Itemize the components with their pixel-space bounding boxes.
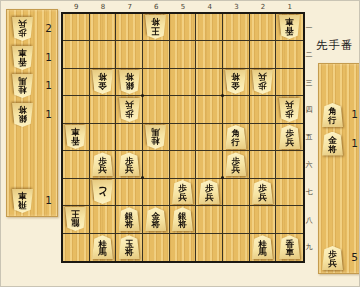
hand-count-角行: 1 [346,108,358,120]
row-label-4: 四 [304,96,314,123]
shogi-piece-歩兵-sente[interactable]: 歩兵 [119,152,140,176]
shogi-piece-龍王-gote[interactable]: 龍王 [65,207,86,231]
hand-count-銀将: 1 [40,108,52,120]
piece-face: 歩兵 [322,246,343,270]
piece-face: 角行 [225,125,246,149]
shogi-piece-歩兵-sente[interactable]: 歩兵 [225,152,246,176]
piece-kanji: 王 [152,26,161,35]
piece-kanji: 兵 [205,193,214,202]
square-1-8[interactable] [276,206,303,233]
piece-face: 銀将 [12,103,33,127]
shogi-piece-香車-gote[interactable]: 香車 [279,15,300,39]
piece-kanji: 歩 [258,81,267,90]
piece-kanji: 将 [152,18,161,27]
piece-face: 玉将 [119,235,140,259]
shogi-piece-歩兵-sente[interactable]: 歩兵 [92,152,113,176]
shogi-piece-と-gote[interactable]: と [92,180,113,204]
piece-kanji: 兵 [125,165,134,174]
square-3-6[interactable]: 歩兵 [223,151,250,178]
piece-face: 歩兵 [119,152,140,176]
square-5-8[interactable]: 銀将 [170,206,197,233]
square-3-3[interactable]: 金将 [223,69,250,96]
column-label-4: 4 [196,2,223,12]
piece-kanji: 将 [125,220,134,229]
square-4-4[interactable] [196,96,223,123]
square-4-2[interactable] [196,41,223,68]
piece-face: 金将 [322,132,343,156]
piece-face: 金将 [92,70,113,94]
row-label-3: 三 [304,69,314,96]
row-label-5: 五 [304,124,314,151]
piece-face: 香車 [279,235,300,259]
piece-kanji: 金 [232,81,241,90]
square-8-7[interactable]: と [90,179,117,206]
piece-face: 歩兵 [279,125,300,149]
piece-kanji: 将 [178,220,187,229]
piece-face: 桂馬 [252,235,273,259]
piece-kanji: 兵 [98,165,107,174]
square-2-9[interactable]: 桂馬 [250,234,277,261]
piece-kanji: 将 [98,72,107,81]
square-2-6[interactable] [250,151,277,178]
hand-count-歩兵: 2 [40,22,52,34]
square-8-3[interactable]: 金将 [90,69,117,96]
shogi-piece-銀将-gote[interactable]: 銀将 [12,103,33,127]
square-9-2[interactable] [63,41,90,68]
gote-captured-pieces-tray: 歩兵2香車1桂馬1銀将1飛車1 [6,9,58,217]
piece-kanji: 銀 [18,114,27,123]
square-1-2[interactable] [276,41,303,68]
piece-kanji: 王 [72,210,81,219]
square-7-2[interactable] [116,41,143,68]
row-label-9: 九 [304,234,314,261]
piece-face: 香車 [12,46,33,70]
column-label-9: 9 [63,2,90,12]
square-6-6[interactable] [143,151,170,178]
shogi-piece-桂馬-gote[interactable]: 桂馬 [145,125,166,149]
square-8-4[interactable] [90,96,117,123]
square-8-2[interactable] [90,41,117,68]
piece-kanji: 兵 [328,259,337,268]
piece-kanji: 馬 [152,127,161,136]
square-4-5[interactable] [196,124,223,151]
piece-face: 銀将 [119,70,140,94]
shogi-piece-歩兵-gote[interactable]: 歩兵 [279,98,300,122]
shogi-piece-王将-gote[interactable]: 王将 [145,15,166,39]
square-6-5[interactable]: 桂馬 [143,124,170,151]
piece-kanji: 龍 [72,218,81,227]
shogi-piece-歩兵-gote[interactable]: 歩兵 [119,98,140,122]
square-5-7[interactable]: 歩兵 [170,179,197,206]
piece-face: 歩兵 [92,152,113,176]
shogi-app-window: 歩兵2香車1桂馬1銀将1飛車1 987654321 一二三四五六七八九 王将香車… [0,0,360,287]
piece-face: 角行 [322,103,343,127]
shogi-piece-香車-gote[interactable]: 香車 [65,125,86,149]
square-7-3[interactable]: 銀将 [116,69,143,96]
square-8-9[interactable]: 桂馬 [90,234,117,261]
piece-kanji: 銀 [125,81,134,90]
piece-face: 歩兵 [225,152,246,176]
square-2-2[interactable] [250,41,277,68]
shogi-piece-銀将-sente[interactable]: 銀将 [119,207,140,231]
square-7-9[interactable]: 玉将 [116,234,143,261]
square-2-7[interactable]: 歩兵 [250,179,277,206]
shogi-piece-桂馬-sente[interactable]: 桂馬 [252,235,273,259]
piece-face: 龍王 [65,207,86,231]
square-2-5[interactable] [250,124,277,151]
piece-kanji: 車 [285,248,294,257]
square-8-1[interactable] [90,14,117,41]
hand-count-香車: 1 [40,51,52,63]
square-9-4[interactable] [63,96,90,123]
square-5-2[interactable] [170,41,197,68]
square-4-7[interactable]: 歩兵 [196,179,223,206]
piece-kanji: 将 [328,145,337,154]
column-label-8: 8 [90,2,117,12]
square-4-8[interactable] [196,206,223,233]
shogi-piece-金将-gote[interactable]: 金将 [225,70,246,94]
hoshi-dot [221,94,224,97]
square-3-9[interactable] [223,234,250,261]
piece-kanji: 馬 [98,248,107,257]
square-8-6[interactable]: 歩兵 [90,151,117,178]
square-5-5[interactable] [170,124,197,151]
column-label-2: 2 [250,2,277,12]
square-6-1[interactable]: 王将 [143,14,170,41]
square-9-1[interactable] [63,14,90,41]
piece-face: 銀将 [172,207,193,231]
piece-kanji: 将 [232,72,241,81]
piece-kanji: 香 [285,26,294,35]
column-label-1: 1 [276,2,303,12]
square-1-6[interactable] [276,151,303,178]
piece-face: 歩兵 [12,17,33,41]
piece-kanji: 兵 [232,165,241,174]
hand-count-歩兵: 5 [346,251,358,263]
shogi-piece-歩兵-sente[interactable]: 歩兵 [279,125,300,149]
square-2-1[interactable] [250,14,277,41]
square-3-7[interactable] [223,179,250,206]
piece-kanji: 馬 [18,77,27,86]
shogi-piece-香車-gote[interactable]: 香車 [12,46,33,70]
square-9-6[interactable] [63,151,90,178]
piece-kanji: 将 [18,105,27,114]
piece-kanji: 桂 [18,85,27,94]
shogi-piece-香車-sente[interactable]: 香車 [279,235,300,259]
piece-face: 香車 [279,15,300,39]
square-9-9[interactable] [63,234,90,261]
piece-face: 歩兵 [172,180,193,204]
square-8-5[interactable] [90,124,117,151]
piece-kanji: 車 [72,127,81,136]
row-label-8: 八 [304,206,314,233]
piece-kanji: 香 [72,136,81,145]
column-label-5: 5 [170,2,197,12]
piece-face: 銀将 [119,207,140,231]
piece-face: 歩兵 [119,98,140,122]
shogi-piece-桂馬-sente[interactable]: 桂馬 [92,235,113,259]
column-label-7: 7 [116,2,143,12]
piece-kanji: 桂 [152,136,161,145]
shogi-piece-角行-sente[interactable]: 角行 [225,125,246,149]
row-label-2: 二 [304,41,314,68]
square-4-3[interactable] [196,69,223,96]
shogi-board: 王将香車金将銀将金将歩兵歩兵歩兵香車桂馬角行歩兵歩兵歩兵歩兵と歩兵歩兵歩兵龍王銀… [61,12,305,263]
piece-kanji: と [97,185,108,196]
board-row-labels: 一二三四五六七八九 [304,14,314,261]
shogi-piece-歩兵-sente[interactable]: 歩兵 [172,180,193,204]
square-2-8[interactable] [250,206,277,233]
square-6-4[interactable] [143,96,170,123]
shogi-piece-玉将-sente[interactable]: 玉将 [119,235,140,259]
square-9-8[interactable]: 龍王 [63,206,90,233]
column-label-3: 3 [223,2,250,12]
piece-face: 金将 [225,70,246,94]
square-1-5[interactable]: 歩兵 [276,124,303,151]
shogi-piece-歩兵-sente[interactable]: 歩兵 [322,246,343,270]
shogi-piece-金将-sente[interactable]: 金将 [322,132,343,156]
shogi-piece-金将-sente[interactable]: 金将 [145,207,166,231]
shogi-piece-角行-sente[interactable]: 角行 [322,103,343,127]
piece-kanji: 金 [98,81,107,90]
square-7-6[interactable]: 歩兵 [116,151,143,178]
piece-face: 香車 [65,125,86,149]
row-label-7: 七 [304,179,314,206]
square-5-1[interactable] [170,14,197,41]
hoshi-dot [141,176,144,179]
piece-kanji: 将 [152,220,161,229]
square-4-6[interactable] [196,151,223,178]
piece-face: 飛車 [12,189,33,213]
piece-face: 桂馬 [92,235,113,259]
square-9-7[interactable] [63,179,90,206]
hand-count-金将: 1 [346,137,358,149]
hand-count-桂馬: 1 [40,79,52,91]
shogi-piece-歩兵-gote[interactable]: 歩兵 [252,70,273,94]
sente-captured-pieces-tray: 角行1金将1歩兵5 [318,63,360,274]
piece-kanji: 車 [18,48,27,57]
piece-kanji: 車 [285,18,294,27]
piece-face: 歩兵 [252,180,273,204]
square-9-3[interactable] [63,69,90,96]
piece-kanji: 行 [232,138,241,147]
piece-kanji: 兵 [285,100,294,109]
square-5-6[interactable] [170,151,197,178]
shogi-piece-歩兵-gote[interactable]: 歩兵 [12,17,33,41]
square-4-9[interactable] [196,234,223,261]
shogi-piece-桂馬-gote[interactable]: 桂馬 [12,74,33,98]
square-6-9[interactable] [143,234,170,261]
piece-face: 王将 [145,15,166,39]
square-6-2[interactable] [143,41,170,68]
square-4-1[interactable] [196,14,223,41]
column-label-6: 6 [143,2,170,12]
piece-kanji: 歩 [18,28,27,37]
row-label-1: 一 [304,14,314,41]
piece-kanji: 馬 [258,248,267,257]
piece-kanji: 行 [328,116,337,125]
hoshi-dot [221,176,224,179]
square-9-5[interactable]: 香車 [63,124,90,151]
piece-face: と [92,180,113,204]
board-column-labels: 987654321 [63,2,303,12]
piece-face: 歩兵 [252,70,273,94]
shogi-piece-歩兵-sente[interactable]: 歩兵 [199,180,220,204]
piece-kanji: 兵 [125,100,134,109]
square-7-4[interactable]: 歩兵 [116,96,143,123]
square-1-3[interactable] [276,69,303,96]
square-3-4[interactable] [223,96,250,123]
piece-kanji: 兵 [258,193,267,202]
hand-count-飛車: 1 [40,194,52,206]
square-6-7[interactable] [143,179,170,206]
square-2-3[interactable]: 歩兵 [250,69,277,96]
square-8-8[interactable] [90,206,117,233]
square-1-1[interactable]: 香車 [276,14,303,41]
piece-kanji: 将 [125,248,134,257]
square-1-9[interactable]: 香車 [276,234,303,261]
shogi-piece-飛車-gote[interactable]: 飛車 [12,189,33,213]
piece-kanji: 兵 [18,19,27,28]
square-1-4[interactable]: 歩兵 [276,96,303,123]
square-7-5[interactable] [116,124,143,151]
shogi-piece-金将-gote[interactable]: 金将 [92,70,113,94]
square-2-4[interactable] [250,96,277,123]
square-3-1[interactable] [223,14,250,41]
square-5-3[interactable] [170,69,197,96]
square-3-5[interactable]: 角行 [223,124,250,151]
square-6-3[interactable] [143,69,170,96]
shogi-piece-歩兵-sente[interactable]: 歩兵 [252,180,273,204]
square-3-2[interactable] [223,41,250,68]
square-1-7[interactable] [276,179,303,206]
piece-face: 桂馬 [145,125,166,149]
piece-kanji: 兵 [258,72,267,81]
square-3-8[interactable] [223,206,250,233]
square-7-7[interactable] [116,179,143,206]
square-5-4[interactable] [170,96,197,123]
piece-face: 歩兵 [279,98,300,122]
shogi-piece-銀将-gote[interactable]: 銀将 [119,70,140,94]
hoshi-dot [141,94,144,97]
square-6-8[interactable]: 金将 [143,206,170,233]
piece-kanji: 兵 [285,138,294,147]
piece-face: 金将 [145,207,166,231]
turn-indicator: 先手番 [316,38,360,53]
piece-face: 桂馬 [12,74,33,98]
piece-kanji: 車 [18,191,27,200]
piece-kanji: 兵 [178,193,187,202]
square-5-9[interactable] [170,234,197,261]
shogi-piece-銀将-sente[interactable]: 銀将 [172,207,193,231]
square-7-1[interactable] [116,14,143,41]
piece-kanji: 将 [125,72,134,81]
row-label-6: 六 [304,151,314,178]
square-7-8[interactable]: 銀将 [116,206,143,233]
piece-face: 歩兵 [199,180,220,204]
